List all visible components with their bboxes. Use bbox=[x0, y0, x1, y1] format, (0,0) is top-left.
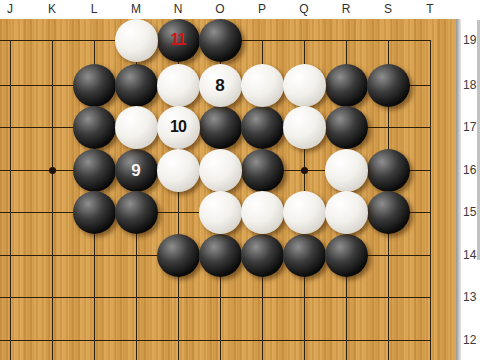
stone-white-M17[interactable] bbox=[115, 106, 158, 149]
go-board-viewer: JKLMNOPQRST 1198101918171615141312 bbox=[0, 0, 480, 360]
grid-line-col-K bbox=[52, 40, 53, 360]
stone-black-P17[interactable] bbox=[241, 106, 284, 149]
column-label-Q: Q bbox=[293, 2, 315, 17]
column-label-N: N bbox=[167, 2, 189, 17]
row-label-19: 19 bbox=[463, 32, 480, 48]
grid-line-row-12 bbox=[0, 340, 431, 341]
stone-black-L16[interactable] bbox=[73, 149, 116, 192]
stone-white-N16[interactable] bbox=[157, 149, 200, 192]
row-label-12: 12 bbox=[463, 332, 480, 348]
row-label-16: 16 bbox=[463, 162, 480, 178]
stone-black-S16[interactable] bbox=[367, 149, 410, 192]
stone-black-S18[interactable] bbox=[367, 64, 410, 107]
move-number-8: 8 bbox=[215, 77, 224, 94]
star-point-K16 bbox=[49, 167, 56, 174]
row-label-18: 18 bbox=[463, 77, 480, 93]
stone-black-O19[interactable] bbox=[199, 19, 242, 62]
stone-white-N17[interactable]: 10 bbox=[157, 106, 200, 149]
stone-black-M18[interactable] bbox=[115, 64, 158, 107]
stone-white-O18[interactable]: 8 bbox=[199, 64, 242, 107]
stone-white-Q15[interactable] bbox=[283, 191, 326, 234]
row-label-13: 13 bbox=[463, 289, 480, 305]
column-label-J: J bbox=[0, 2, 21, 17]
stone-white-Q17[interactable] bbox=[283, 106, 326, 149]
stone-white-O15[interactable] bbox=[199, 191, 242, 234]
stone-white-P18[interactable] bbox=[241, 64, 284, 107]
column-label-S: S bbox=[377, 2, 399, 17]
move-number-10: 10 bbox=[170, 119, 186, 135]
stone-black-S15[interactable] bbox=[367, 191, 410, 234]
column-label-K: K bbox=[41, 2, 63, 17]
move-number-9: 9 bbox=[131, 162, 140, 179]
move-number-11: 11 bbox=[171, 32, 186, 48]
stone-black-Q14[interactable] bbox=[283, 234, 326, 277]
stone-black-L17[interactable] bbox=[73, 106, 116, 149]
column-label-T: T bbox=[419, 2, 441, 17]
stone-black-R17[interactable] bbox=[325, 106, 368, 149]
stone-white-M19[interactable] bbox=[115, 19, 158, 62]
stone-black-O17[interactable] bbox=[199, 106, 242, 149]
row-label-14: 14 bbox=[463, 247, 480, 263]
stone-white-R16[interactable] bbox=[325, 149, 368, 192]
grid-line-col-J bbox=[10, 40, 11, 360]
row-label-15: 15 bbox=[463, 204, 480, 220]
stone-white-P15[interactable] bbox=[241, 191, 284, 234]
stone-black-N19[interactable]: 11 bbox=[157, 19, 200, 62]
grid-line-row-13 bbox=[0, 297, 431, 298]
column-label-O: O bbox=[209, 2, 231, 17]
star-point-Q16 bbox=[301, 167, 308, 174]
stone-black-O14[interactable] bbox=[199, 234, 242, 277]
stone-black-M15[interactable] bbox=[115, 191, 158, 234]
stone-black-N14[interactable] bbox=[157, 234, 200, 277]
column-label-M: M bbox=[125, 2, 147, 17]
stone-white-Q18[interactable] bbox=[283, 64, 326, 107]
stone-white-N18[interactable] bbox=[157, 64, 200, 107]
stone-black-L18[interactable] bbox=[73, 64, 116, 107]
column-labels-strip: JKLMNOPQRST bbox=[0, 0, 480, 19]
stone-black-M16[interactable]: 9 bbox=[115, 149, 158, 192]
stone-black-R14[interactable] bbox=[325, 234, 368, 277]
stone-black-R18[interactable] bbox=[325, 64, 368, 107]
stone-black-P14[interactable] bbox=[241, 234, 284, 277]
grid-line-col-T bbox=[430, 40, 431, 360]
stone-black-L15[interactable] bbox=[73, 191, 116, 234]
stone-white-O16[interactable] bbox=[199, 149, 242, 192]
column-label-P: P bbox=[251, 2, 273, 17]
column-label-L: L bbox=[83, 2, 105, 17]
stone-white-R15[interactable] bbox=[325, 191, 368, 234]
row-label-17: 17 bbox=[463, 119, 480, 135]
stone-black-P16[interactable] bbox=[241, 149, 284, 192]
column-label-R: R bbox=[335, 2, 357, 17]
